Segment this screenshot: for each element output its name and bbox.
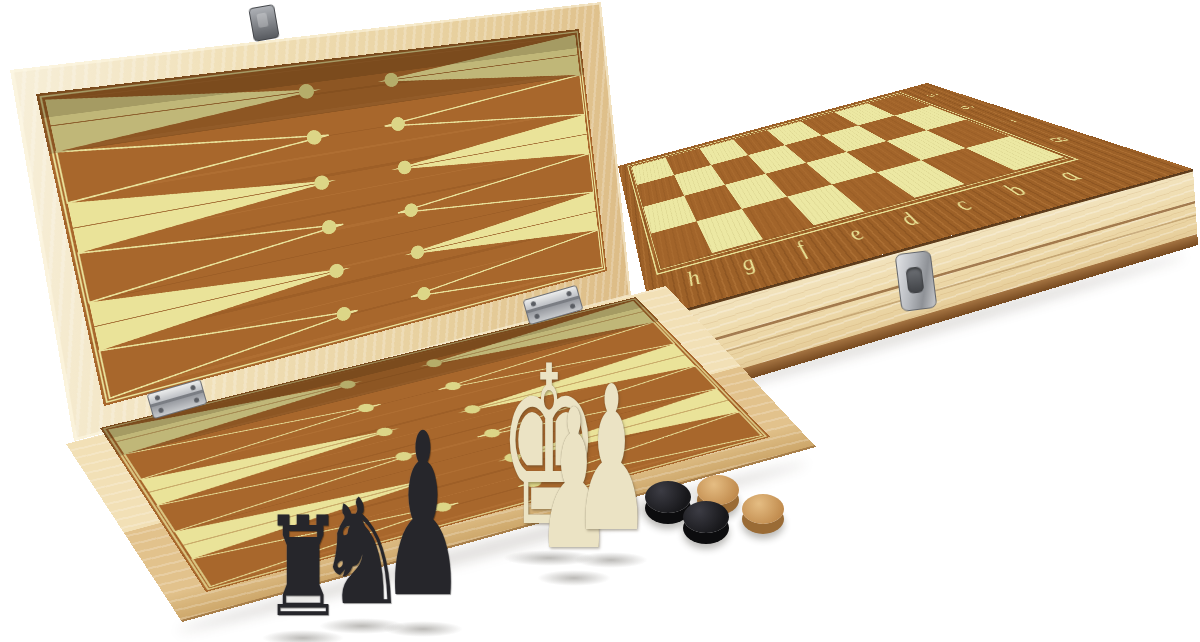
clasp-hole bbox=[905, 266, 924, 294]
clasp-icon bbox=[895, 250, 938, 312]
black-pawn: ♟ bbox=[377, 403, 470, 628]
wood-checker-disc bbox=[742, 494, 784, 524]
black-checker-disc bbox=[683, 501, 729, 533]
black-checker-disc bbox=[645, 481, 691, 513]
white-pawn: ♟ bbox=[568, 359, 655, 559]
lid-latch-hook-icon bbox=[248, 4, 280, 42]
product-photo-scene: hgfedcba 8765 ♜♞♟♚♟♟ bbox=[0, 0, 1200, 642]
